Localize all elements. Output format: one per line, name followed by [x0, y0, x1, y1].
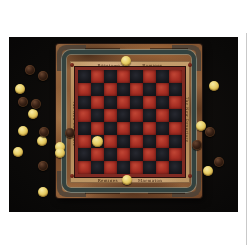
square-r2c7[interactable] — [156, 83, 169, 96]
square-r4c6[interactable] — [143, 109, 156, 122]
square-r3c8[interactable] — [169, 96, 182, 109]
square-r8c3[interactable] — [104, 161, 117, 174]
square-r7c8[interactable] — [169, 148, 182, 161]
square-r6c3[interactable] — [104, 135, 117, 148]
square-r2c2[interactable] — [91, 83, 104, 96]
wood-seam — [148, 192, 185, 194]
square-r2c5[interactable] — [130, 83, 143, 96]
square-r3c3[interactable] — [104, 96, 117, 109]
window-edge-line — [246, 33, 247, 245]
square-r7c1[interactable] — [78, 148, 91, 161]
square-r1c8[interactable] — [169, 70, 182, 83]
square-r3c1[interactable] — [78, 96, 91, 109]
square-r4c1[interactable] — [78, 109, 91, 122]
square-r8c2[interactable] — [91, 161, 104, 174]
square-r7c2[interactable] — [91, 148, 104, 161]
square-r1c4[interactable] — [117, 70, 130, 83]
square-r5c4[interactable] — [117, 122, 130, 135]
checker-dark[interactable] — [38, 161, 48, 171]
square-r3c2[interactable] — [91, 96, 104, 109]
square-r7c5[interactable] — [130, 148, 143, 161]
checker-light[interactable] — [122, 175, 132, 185]
table-surface: Pittstown Romines Remines Marmaton The N… — [9, 37, 238, 212]
checker-dark[interactable] — [38, 71, 48, 81]
square-r8c1[interactable] — [78, 161, 91, 174]
wood-seam — [85, 192, 120, 194]
checker-dark[interactable] — [18, 97, 28, 107]
square-r5c1[interactable] — [78, 122, 91, 135]
square-r1c1[interactable] — [78, 70, 91, 83]
square-r5c3[interactable] — [104, 122, 117, 135]
checker-light-on-board[interactable] — [92, 136, 103, 147]
square-r7c6[interactable] — [143, 148, 156, 161]
square-r4c2[interactable] — [91, 109, 104, 122]
checker-grid — [78, 70, 182, 174]
square-r2c3[interactable] — [104, 83, 117, 96]
checker-light[interactable] — [203, 166, 213, 176]
square-r4c3[interactable] — [104, 109, 117, 122]
checker-light[interactable] — [121, 56, 131, 66]
square-r2c8[interactable] — [169, 83, 182, 96]
checker-light[interactable] — [55, 148, 65, 158]
square-r2c6[interactable] — [143, 83, 156, 96]
square-r8c6[interactable] — [143, 161, 156, 174]
square-r6c6[interactable] — [143, 135, 156, 148]
checker-light[interactable] — [28, 109, 38, 119]
square-r1c3[interactable] — [104, 70, 117, 83]
checker-light[interactable] — [209, 81, 219, 91]
square-r7c7[interactable] — [156, 148, 169, 161]
square-r3c6[interactable] — [143, 96, 156, 109]
square-r4c4[interactable] — [117, 109, 130, 122]
square-r6c4[interactable] — [117, 135, 130, 148]
square-r4c7[interactable] — [156, 109, 169, 122]
checker-dark[interactable] — [25, 65, 35, 75]
square-r5c5[interactable] — [130, 122, 143, 135]
square-r6c5[interactable] — [130, 135, 143, 148]
square-r4c8[interactable] — [169, 109, 182, 122]
checker-light[interactable] — [38, 187, 48, 197]
square-r5c8[interactable] — [169, 122, 182, 135]
square-r3c4[interactable] — [117, 96, 130, 109]
square-r4c5[interactable] — [130, 109, 143, 122]
square-r5c2[interactable] — [91, 122, 104, 135]
square-r8c4[interactable] — [117, 161, 130, 174]
checker-light[interactable] — [15, 84, 25, 94]
square-r6c7[interactable] — [156, 135, 169, 148]
square-r8c7[interactable] — [156, 161, 169, 174]
square-r6c2[interactable] — [91, 135, 104, 148]
square-r5c6[interactable] — [143, 122, 156, 135]
checker-dark[interactable] — [205, 127, 215, 137]
square-r1c6[interactable] — [143, 70, 156, 83]
square-r1c5[interactable] — [130, 70, 143, 83]
inscription-bottom-left: Remines — [98, 177, 118, 185]
square-r8c8[interactable] — [169, 161, 182, 174]
checker-dark[interactable] — [39, 127, 49, 137]
checker-light[interactable] — [13, 147, 23, 157]
checker-dark[interactable] — [65, 128, 75, 138]
square-r8c5[interactable] — [130, 161, 143, 174]
checker-light[interactable] — [18, 126, 28, 136]
checker-dark[interactable] — [214, 157, 224, 167]
square-r1c7[interactable] — [156, 70, 169, 83]
square-r2c4[interactable] — [117, 83, 130, 96]
screenshot-canvas: Pittstown Romines Remines Marmaton The N… — [0, 0, 251, 249]
checker-dark[interactable] — [192, 140, 202, 150]
square-r1c2[interactable] — [91, 70, 104, 83]
square-r6c8[interactable] — [169, 135, 182, 148]
square-r3c7[interactable] — [156, 96, 169, 109]
square-r2c1[interactable] — [78, 83, 91, 96]
inscription-bottom-right: Marmaton — [138, 177, 162, 185]
checker-dark[interactable] — [31, 99, 41, 109]
square-r5c7[interactable] — [156, 122, 169, 135]
square-r6c1[interactable] — [78, 135, 91, 148]
checker-light[interactable] — [37, 136, 47, 146]
square-r7c4[interactable] — [117, 148, 130, 161]
grid-border — [75, 67, 185, 177]
square-r3c5[interactable] — [130, 96, 143, 109]
square-r7c3[interactable] — [104, 148, 117, 161]
